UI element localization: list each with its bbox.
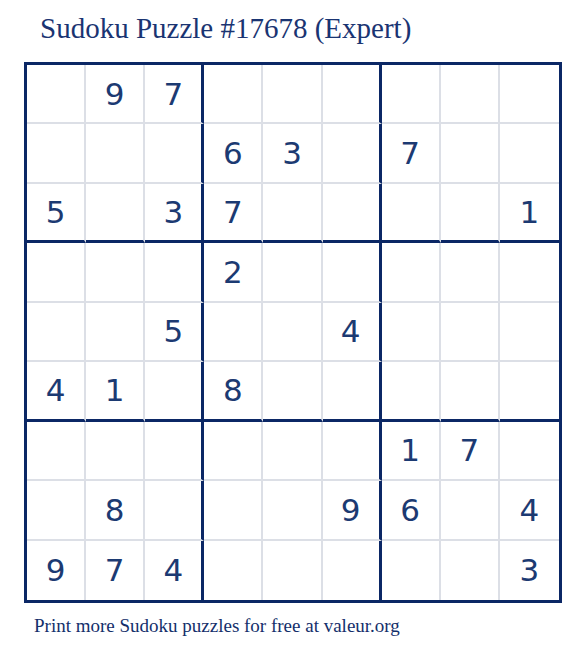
cell-r1c1 [27,65,86,124]
cell-r1c4 [204,65,263,124]
cell-r5c4 [204,303,263,362]
cell-r3c3: 3 [145,184,204,243]
cell-r2c7: 7 [382,124,441,183]
cell-r7c6 [323,422,382,481]
cell-r4c3 [145,243,204,302]
cell-r2c8 [441,124,500,183]
cell-r3c1: 5 [27,184,86,243]
cell-r9c9: 3 [500,541,559,600]
cell-r4c1 [27,243,86,302]
cell-r4c5 [263,243,322,302]
cell-r9c1: 9 [27,541,86,600]
cell-r1c6 [323,65,382,124]
puzzle-title: Sudoku Puzzle #17678 (Expert) [40,12,411,45]
cell-r2c4: 6 [204,124,263,183]
cell-r6c9 [500,362,559,421]
cell-r7c8: 7 [441,422,500,481]
cell-r8c9: 4 [500,481,559,540]
cell-r4c4: 2 [204,243,263,302]
cell-r9c3: 4 [145,541,204,600]
cell-r2c3 [145,124,204,183]
cell-r9c6 [323,541,382,600]
cell-r7c2 [86,422,145,481]
cell-r8c1 [27,481,86,540]
cell-r1c7 [382,65,441,124]
cell-r3c7 [382,184,441,243]
cell-r8c3 [145,481,204,540]
cell-r7c7: 1 [382,422,441,481]
cell-r2c5: 3 [263,124,322,183]
cell-r9c7 [382,541,441,600]
cell-r6c3 [145,362,204,421]
cell-r5c9 [500,303,559,362]
cell-r6c1: 4 [27,362,86,421]
cell-r6c8 [441,362,500,421]
cell-r1c3: 7 [145,65,204,124]
cell-r6c7 [382,362,441,421]
cell-r7c3 [145,422,204,481]
cell-r3c4: 7 [204,184,263,243]
cell-r5c6: 4 [323,303,382,362]
cell-r6c5 [263,362,322,421]
cell-r9c2: 7 [86,541,145,600]
cell-r4c2 [86,243,145,302]
cell-r2c9 [500,124,559,183]
cell-r5c7 [382,303,441,362]
cell-r4c8 [441,243,500,302]
cell-r8c2: 8 [86,481,145,540]
cell-r3c5 [263,184,322,243]
cell-r2c1 [27,124,86,183]
cell-r9c5 [263,541,322,600]
cell-r3c2 [86,184,145,243]
cell-r8c4 [204,481,263,540]
cell-r3c9: 1 [500,184,559,243]
cell-r1c8 [441,65,500,124]
cell-r2c2 [86,124,145,183]
cell-r6c2: 1 [86,362,145,421]
cell-r1c5 [263,65,322,124]
footer-text: Print more Sudoku puzzles for free at va… [34,615,400,637]
cell-r6c4: 8 [204,362,263,421]
cell-r7c9 [500,422,559,481]
cell-r7c4 [204,422,263,481]
cell-r8c5 [263,481,322,540]
cell-r5c1 [27,303,86,362]
cell-r5c8 [441,303,500,362]
cell-r5c3: 5 [145,303,204,362]
sudoku-board: 9763753712544181789649743 [24,62,562,603]
cell-r9c8 [441,541,500,600]
cell-r3c6 [323,184,382,243]
cell-r6c6 [323,362,382,421]
cell-r5c5 [263,303,322,362]
cell-r1c9 [500,65,559,124]
cell-r4c7 [382,243,441,302]
cell-r4c6 [323,243,382,302]
cell-r9c4 [204,541,263,600]
cell-r8c8 [441,481,500,540]
cell-r7c1 [27,422,86,481]
cell-r3c8 [441,184,500,243]
cell-r4c9 [500,243,559,302]
cell-r5c2 [86,303,145,362]
cell-r1c2: 9 [86,65,145,124]
cell-r8c7: 6 [382,481,441,540]
cell-r2c6 [323,124,382,183]
cell-r8c6: 9 [323,481,382,540]
cell-r7c5 [263,422,322,481]
